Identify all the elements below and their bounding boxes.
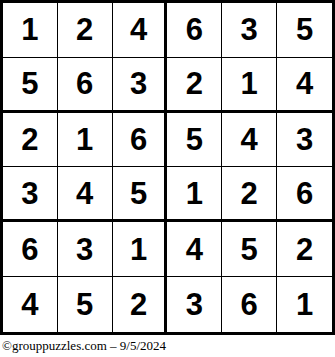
sudoku-cell-r4c5: 2	[222, 167, 277, 222]
sudoku-cell-r3c5: 4	[222, 113, 277, 168]
sudoku-cell-r2c5: 1	[222, 58, 277, 113]
sudoku-cell-r2c1: 5	[3, 58, 58, 113]
sudoku-page: 1 2 4 6 3 5 5 6 3 2 1 4 2 1 6 5 4 3 3 4 …	[0, 0, 335, 357]
sudoku-cell-r4c4: 1	[167, 167, 222, 222]
sudoku-cell-r1c4: 6	[167, 3, 222, 58]
sudoku-cell-r1c1: 1	[3, 3, 58, 58]
sudoku-board: 1 2 4 6 3 5 5 6 3 2 1 4 2 1 6 5 4 3 3 4 …	[0, 0, 335, 335]
sudoku-cell-r1c6: 5	[277, 3, 332, 58]
sudoku-cell-r2c2: 6	[58, 58, 113, 113]
sudoku-cell-r4c2: 4	[58, 167, 113, 222]
sudoku-cell-r3c1: 2	[3, 113, 58, 168]
sudoku-cell-r2c6: 4	[277, 58, 332, 113]
sudoku-cell-r3c4: 5	[167, 113, 222, 168]
sudoku-cell-r2c3: 3	[113, 58, 168, 113]
sudoku-cell-r6c5: 6	[222, 277, 277, 332]
sudoku-cell-r1c2: 2	[58, 3, 113, 58]
sudoku-cell-r3c6: 3	[277, 113, 332, 168]
sudoku-cell-r1c3: 4	[113, 3, 168, 58]
sudoku-cell-r6c4: 3	[167, 277, 222, 332]
sudoku-cell-r1c5: 3	[222, 3, 277, 58]
sudoku-cell-r2c4: 2	[167, 58, 222, 113]
sudoku-cell-r5c2: 3	[58, 222, 113, 277]
sudoku-cell-r5c5: 5	[222, 222, 277, 277]
sudoku-cell-r6c3: 2	[113, 277, 168, 332]
sudoku-cell-r5c4: 4	[167, 222, 222, 277]
sudoku-cell-r6c1: 4	[3, 277, 58, 332]
sudoku-cell-r6c2: 5	[58, 277, 113, 332]
sudoku-cell-r3c2: 1	[58, 113, 113, 168]
sudoku-cell-r3c3: 6	[113, 113, 168, 168]
sudoku-cell-r5c3: 1	[113, 222, 168, 277]
sudoku-cell-r4c1: 3	[3, 167, 58, 222]
copyright-footer: ©grouppuzzles.com – 9/5/2024	[2, 338, 166, 354]
sudoku-cell-r4c6: 6	[277, 167, 332, 222]
sudoku-cell-r5c1: 6	[3, 222, 58, 277]
sudoku-cell-r6c6: 1	[277, 277, 332, 332]
sudoku-cell-r4c3: 5	[113, 167, 168, 222]
sudoku-cell-r5c6: 2	[277, 222, 332, 277]
